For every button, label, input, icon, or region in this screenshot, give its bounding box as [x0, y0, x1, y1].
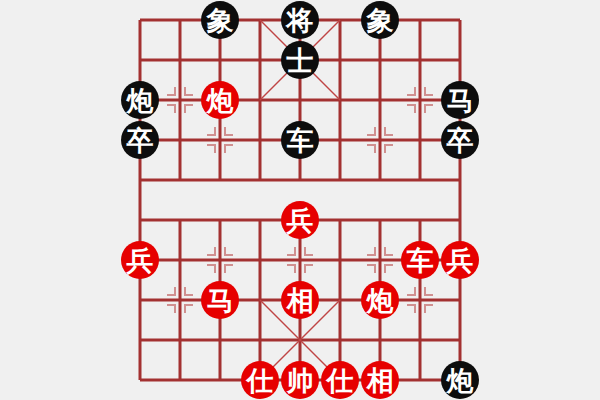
piece-black-soldier[interactable]: 卒 [121, 121, 159, 159]
xiangqi-app: 象将象士炮炮马卒车卒兵兵车兵马相炮仕帅仕相炮 [0, 0, 600, 400]
piece-red-advisor[interactable]: 仕 [321, 361, 359, 399]
piece-black-king[interactable]: 将 [281, 1, 319, 39]
piece-red-soldier[interactable]: 兵 [441, 241, 479, 279]
piece-red-chariot[interactable]: 车 [401, 241, 439, 279]
pieces-layer: 象将象士炮炮马卒车卒兵兵车兵马相炮仕帅仕相炮 [0, 0, 600, 400]
piece-black-horse[interactable]: 马 [441, 81, 479, 119]
piece-black-cannon[interactable]: 炮 [441, 361, 479, 399]
piece-red-elephant[interactable]: 相 [361, 361, 399, 399]
piece-black-elephant[interactable]: 象 [361, 1, 399, 39]
piece-red-horse[interactable]: 马 [201, 281, 239, 319]
piece-red-king[interactable]: 帅 [281, 361, 319, 399]
piece-black-chariot[interactable]: 车 [281, 121, 319, 159]
piece-black-soldier[interactable]: 卒 [441, 121, 479, 159]
piece-red-elephant[interactable]: 相 [281, 281, 319, 319]
piece-red-cannon[interactable]: 炮 [361, 281, 399, 319]
piece-red-soldier[interactable]: 兵 [281, 201, 319, 239]
piece-black-advisor[interactable]: 士 [281, 41, 319, 79]
piece-red-advisor[interactable]: 仕 [241, 361, 279, 399]
piece-red-soldier[interactable]: 兵 [121, 241, 159, 279]
piece-black-elephant[interactable]: 象 [201, 1, 239, 39]
piece-red-cannon[interactable]: 炮 [201, 81, 239, 119]
piece-black-cannon[interactable]: 炮 [121, 81, 159, 119]
